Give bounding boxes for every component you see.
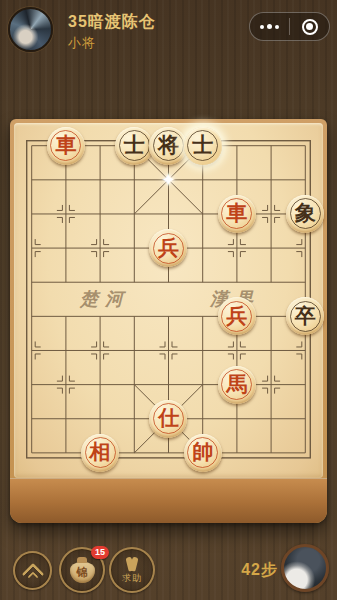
- piece-black-pawn[interactable]: 卒: [286, 297, 324, 335]
- more-dots-icon: [260, 24, 279, 29]
- piece-red-chariot[interactable]: 車: [47, 127, 85, 165]
- piece-red-pawn[interactable]: 兵: [218, 297, 256, 335]
- app-background: 35暗渡陈仓 小将 楚河 漢界 車士将士車象兵兵卒馬仕相帥✦ 锦 15 求助 4…: [0, 0, 337, 600]
- piece-red-advisor[interactable]: 仕: [149, 400, 187, 438]
- player-avatar[interactable]: [281, 544, 329, 592]
- praying-hands-icon: [127, 557, 137, 571]
- piece-char: 兵: [226, 305, 247, 326]
- piece-char: 馬: [226, 373, 247, 394]
- piece-char: 士: [124, 134, 145, 155]
- exit-button[interactable]: [290, 13, 329, 40]
- expand-button[interactable]: [13, 551, 52, 590]
- help-button[interactable]: 求助: [109, 547, 155, 593]
- piece-char: 車: [55, 134, 76, 155]
- wechat-capsule: [249, 12, 330, 41]
- piece-black-elephant[interactable]: 象: [286, 195, 324, 233]
- piece-red-pawn[interactable]: 兵: [149, 229, 187, 267]
- hint-count-badge: 15: [91, 546, 109, 559]
- piece-char: 象: [295, 202, 316, 223]
- piece-layer: 車士将士車象兵兵卒馬仕相帥✦: [15, 129, 323, 470]
- more-button[interactable]: [250, 13, 289, 40]
- piece-char: 将: [158, 134, 179, 155]
- level-avatar[interactable]: [8, 7, 53, 52]
- rank-subtitle: 小将: [68, 34, 96, 52]
- piece-char: 帥: [192, 441, 213, 462]
- last-move-sparkle-icon: ✦: [161, 171, 176, 189]
- steps-counter: 42步: [222, 560, 278, 581]
- level-title: 35暗渡陈仓: [68, 12, 156, 33]
- piece-black-advisor[interactable]: 士: [184, 127, 222, 165]
- hint-bag-button[interactable]: 锦 15: [59, 547, 105, 593]
- target-circle-icon: [302, 19, 318, 35]
- piece-black-general[interactable]: 将: [149, 127, 187, 165]
- piece-red-elephant[interactable]: 相: [81, 434, 119, 472]
- piece-char: 士: [192, 134, 213, 155]
- piece-char: 仕: [158, 407, 179, 428]
- hint-bag-icon: 锦: [70, 562, 95, 583]
- piece-char: 相: [90, 441, 111, 462]
- piece-red-horse[interactable]: 馬: [218, 366, 256, 404]
- piece-red-general[interactable]: 帥: [184, 434, 222, 472]
- piece-char: 車: [226, 202, 247, 223]
- piece-black-advisor[interactable]: 士: [115, 127, 153, 165]
- piece-char: 卒: [295, 305, 316, 326]
- piece-char: 兵: [158, 237, 179, 258]
- piece-red-chariot[interactable]: 車: [218, 195, 256, 233]
- help-button-label: 求助: [122, 572, 142, 585]
